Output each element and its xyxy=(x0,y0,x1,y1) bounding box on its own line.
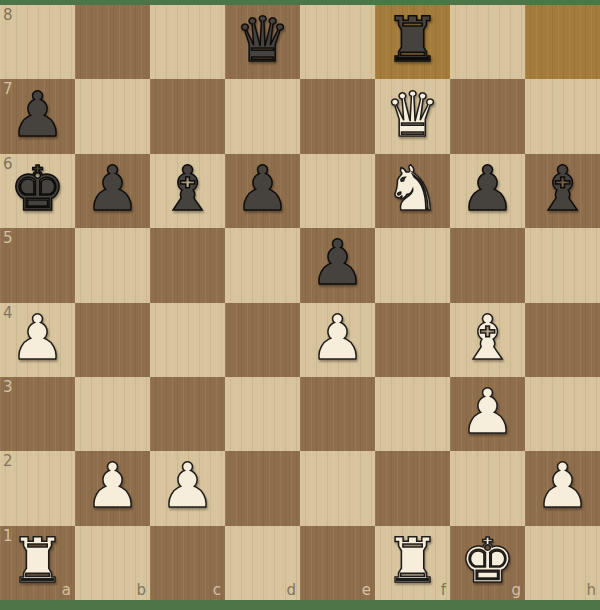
square-f7[interactable]: ♛ xyxy=(375,79,450,153)
square-h1[interactable]: h xyxy=(525,526,600,600)
square-d3[interactable] xyxy=(225,377,300,451)
square-f5[interactable] xyxy=(375,228,450,302)
square-g2[interactable] xyxy=(450,451,525,525)
piece-black-bishop-h6[interactable]: ♝ xyxy=(535,158,591,220)
square-f6[interactable]: ♞ xyxy=(375,154,450,228)
chess-app-background: { "game": "chess", "app": { "background_… xyxy=(0,0,600,610)
square-c6[interactable]: ♝ xyxy=(150,154,225,228)
piece-white-rook-a1[interactable]: ♜ xyxy=(10,530,66,592)
rank-label-3: 3 xyxy=(3,380,13,395)
piece-white-pawn-b2[interactable]: ♟ xyxy=(85,455,141,517)
file-label-h: h xyxy=(586,583,596,598)
square-b2[interactable]: ♟ xyxy=(75,451,150,525)
square-h8[interactable] xyxy=(525,5,600,79)
file-label-e: e xyxy=(362,583,371,598)
rank-label-5: 5 xyxy=(3,231,13,246)
square-f1[interactable]: f♜ xyxy=(375,526,450,600)
square-a8[interactable]: 8 xyxy=(0,5,75,79)
square-d5[interactable] xyxy=(225,228,300,302)
piece-black-pawn-d6[interactable]: ♟ xyxy=(235,158,291,220)
square-d6[interactable]: ♟ xyxy=(225,154,300,228)
chess-board: 8♛♜7♟♛6♚♟♝♟♞♟♝5♟4♟♟♝3♟2♟♟♟1a♜bcdef♜g♚h xyxy=(0,5,600,600)
piece-white-pawn-g3[interactable]: ♟ xyxy=(460,381,516,443)
square-c3[interactable] xyxy=(150,377,225,451)
square-h7[interactable] xyxy=(525,79,600,153)
piece-white-pawn-e4[interactable]: ♟ xyxy=(310,307,366,369)
square-g6[interactable]: ♟ xyxy=(450,154,525,228)
rank-label-2: 2 xyxy=(3,454,13,469)
square-f2[interactable] xyxy=(375,451,450,525)
square-b8[interactable] xyxy=(75,5,150,79)
square-b7[interactable] xyxy=(75,79,150,153)
piece-black-pawn-b6[interactable]: ♟ xyxy=(85,158,141,220)
piece-white-rook-f1[interactable]: ♜ xyxy=(385,530,441,592)
square-b3[interactable] xyxy=(75,377,150,451)
square-b1[interactable]: b xyxy=(75,526,150,600)
square-c8[interactable] xyxy=(150,5,225,79)
square-e3[interactable] xyxy=(300,377,375,451)
square-h2[interactable]: ♟ xyxy=(525,451,600,525)
square-a2[interactable]: 2 xyxy=(0,451,75,525)
piece-white-queen-f7[interactable]: ♛ xyxy=(385,84,441,146)
square-f4[interactable] xyxy=(375,303,450,377)
square-d2[interactable] xyxy=(225,451,300,525)
square-a3[interactable]: 3 xyxy=(0,377,75,451)
square-b6[interactable]: ♟ xyxy=(75,154,150,228)
square-e2[interactable] xyxy=(300,451,375,525)
square-c1[interactable]: c xyxy=(150,526,225,600)
square-g5[interactable] xyxy=(450,228,525,302)
square-e1[interactable]: e xyxy=(300,526,375,600)
square-e5[interactable]: ♟ xyxy=(300,228,375,302)
square-a5[interactable]: 5 xyxy=(0,228,75,302)
piece-black-pawn-a7[interactable]: ♟ xyxy=(10,84,66,146)
piece-white-knight-f6[interactable]: ♞ xyxy=(385,158,441,220)
square-d8[interactable]: ♛ xyxy=(225,5,300,79)
file-label-f: f xyxy=(441,583,446,598)
square-h6[interactable]: ♝ xyxy=(525,154,600,228)
file-label-c: c xyxy=(213,583,221,598)
square-d1[interactable]: d xyxy=(225,526,300,600)
square-g7[interactable] xyxy=(450,79,525,153)
square-c5[interactable] xyxy=(150,228,225,302)
piece-white-king-g1[interactable]: ♚ xyxy=(460,530,516,592)
square-c4[interactable] xyxy=(150,303,225,377)
file-label-b: b xyxy=(136,583,146,598)
square-c7[interactable] xyxy=(150,79,225,153)
square-e4[interactable]: ♟ xyxy=(300,303,375,377)
square-b5[interactable] xyxy=(75,228,150,302)
square-h5[interactable] xyxy=(525,228,600,302)
square-e7[interactable] xyxy=(300,79,375,153)
square-a1[interactable]: 1a♜ xyxy=(0,526,75,600)
square-h4[interactable] xyxy=(525,303,600,377)
square-f3[interactable] xyxy=(375,377,450,451)
piece-white-pawn-c2[interactable]: ♟ xyxy=(160,455,216,517)
file-label-d: d xyxy=(286,583,296,598)
square-g1[interactable]: g♚ xyxy=(450,526,525,600)
square-a7[interactable]: 7♟ xyxy=(0,79,75,153)
square-a6[interactable]: 6♚ xyxy=(0,154,75,228)
piece-black-king-a6[interactable]: ♚ xyxy=(10,158,66,220)
piece-black-pawn-g6[interactable]: ♟ xyxy=(460,158,516,220)
square-h3[interactable] xyxy=(525,377,600,451)
square-g8[interactable] xyxy=(450,5,525,79)
square-g3[interactable]: ♟ xyxy=(450,377,525,451)
square-a4[interactable]: 4♟ xyxy=(0,303,75,377)
piece-white-bishop-g4[interactable]: ♝ xyxy=(460,307,516,369)
square-e6[interactable] xyxy=(300,154,375,228)
square-d4[interactable] xyxy=(225,303,300,377)
piece-white-pawn-h2[interactable]: ♟ xyxy=(535,455,591,517)
piece-black-bishop-c6[interactable]: ♝ xyxy=(160,158,216,220)
piece-black-pawn-e5[interactable]: ♟ xyxy=(310,232,366,294)
piece-black-queen-d8[interactable]: ♛ xyxy=(235,9,291,71)
square-f8[interactable]: ♜ xyxy=(375,5,450,79)
square-b4[interactable] xyxy=(75,303,150,377)
piece-white-pawn-a4[interactable]: ♟ xyxy=(10,307,66,369)
square-e8[interactable] xyxy=(300,5,375,79)
square-c2[interactable]: ♟ xyxy=(150,451,225,525)
square-g4[interactable]: ♝ xyxy=(450,303,525,377)
rank-label-8: 8 xyxy=(3,8,13,23)
square-d7[interactable] xyxy=(225,79,300,153)
piece-black-rook-f8[interactable]: ♜ xyxy=(385,9,441,71)
